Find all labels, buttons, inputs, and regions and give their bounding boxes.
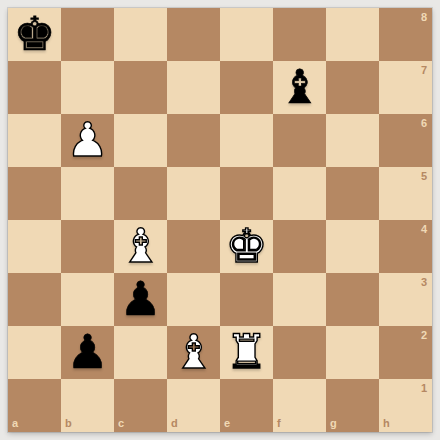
square-c7[interactable]: [114, 61, 167, 114]
square-b3[interactable]: [61, 273, 114, 326]
square-g2[interactable]: [326, 326, 379, 379]
file-label-b: b: [65, 418, 72, 429]
square-d5[interactable]: [167, 167, 220, 220]
rank-label-2: 2: [421, 330, 427, 341]
square-h1[interactable]: 1h: [379, 379, 432, 432]
chess-board: ♚8♝7♟65♝♚4♟3♟♝♜2abcdefg1h: [8, 8, 432, 432]
square-f8[interactable]: [273, 8, 326, 61]
square-b8[interactable]: [61, 8, 114, 61]
square-e8[interactable]: [220, 8, 273, 61]
square-a8[interactable]: ♚: [8, 8, 61, 61]
square-d4[interactable]: [167, 220, 220, 273]
page-background: ♚8♝7♟65♝♚4♟3♟♝♜2abcdefg1h: [0, 0, 440, 440]
square-c8[interactable]: [114, 8, 167, 61]
square-h5[interactable]: 5: [379, 167, 432, 220]
square-c5[interactable]: [114, 167, 167, 220]
square-e1[interactable]: e: [220, 379, 273, 432]
square-a6[interactable]: [8, 114, 61, 167]
square-a3[interactable]: [8, 273, 61, 326]
square-e2[interactable]: ♜: [220, 326, 273, 379]
square-f1[interactable]: f: [273, 379, 326, 432]
square-c6[interactable]: [114, 114, 167, 167]
file-label-c: c: [118, 418, 124, 429]
square-g8[interactable]: [326, 8, 379, 61]
rank-label-6: 6: [421, 118, 427, 129]
square-a7[interactable]: [8, 61, 61, 114]
square-e7[interactable]: [220, 61, 273, 114]
square-a2[interactable]: [8, 326, 61, 379]
file-label-g: g: [330, 418, 337, 429]
square-f6[interactable]: [273, 114, 326, 167]
square-d1[interactable]: d: [167, 379, 220, 432]
square-b4[interactable]: [61, 220, 114, 273]
piece-white-bishop[interactable]: ♝: [119, 222, 161, 269]
rank-label-5: 5: [421, 171, 427, 182]
piece-white-rook[interactable]: ♜: [225, 328, 267, 375]
square-a1[interactable]: a: [8, 379, 61, 432]
square-b1[interactable]: b: [61, 379, 114, 432]
square-a5[interactable]: [8, 167, 61, 220]
square-g1[interactable]: g: [326, 379, 379, 432]
square-f4[interactable]: [273, 220, 326, 273]
square-h8[interactable]: 8: [379, 8, 432, 61]
square-e5[interactable]: [220, 167, 273, 220]
square-c3[interactable]: ♟: [114, 273, 167, 326]
square-c4[interactable]: ♝: [114, 220, 167, 273]
piece-white-pawn[interactable]: ♟: [66, 116, 108, 163]
square-g7[interactable]: [326, 61, 379, 114]
square-d2[interactable]: ♝: [167, 326, 220, 379]
square-g4[interactable]: [326, 220, 379, 273]
file-label-d: d: [171, 418, 178, 429]
square-e3[interactable]: [220, 273, 273, 326]
piece-white-king[interactable]: ♚: [225, 222, 267, 269]
piece-black-pawn[interactable]: ♟: [66, 328, 108, 375]
square-h7[interactable]: 7: [379, 61, 432, 114]
square-c1[interactable]: c: [114, 379, 167, 432]
piece-black-king[interactable]: ♚: [13, 10, 55, 57]
square-h2[interactable]: 2: [379, 326, 432, 379]
square-a4[interactable]: [8, 220, 61, 273]
rank-label-3: 3: [421, 277, 427, 288]
rank-label-8: 8: [421, 12, 427, 23]
square-d6[interactable]: [167, 114, 220, 167]
square-e6[interactable]: [220, 114, 273, 167]
file-label-a: a: [12, 418, 18, 429]
square-f3[interactable]: [273, 273, 326, 326]
square-b5[interactable]: [61, 167, 114, 220]
square-d7[interactable]: [167, 61, 220, 114]
file-label-e: e: [224, 418, 230, 429]
piece-black-bishop[interactable]: ♝: [278, 63, 320, 110]
square-f7[interactable]: ♝: [273, 61, 326, 114]
piece-white-bishop[interactable]: ♝: [172, 328, 214, 375]
square-h4[interactable]: 4: [379, 220, 432, 273]
rank-label-7: 7: [421, 65, 427, 76]
file-label-h: h: [383, 418, 390, 429]
square-e4[interactable]: ♚: [220, 220, 273, 273]
square-f2[interactable]: [273, 326, 326, 379]
square-g6[interactable]: [326, 114, 379, 167]
square-c2[interactable]: [114, 326, 167, 379]
rank-label-4: 4: [421, 224, 427, 235]
rank-label-1: 1: [421, 383, 427, 394]
square-h3[interactable]: 3: [379, 273, 432, 326]
square-b6[interactable]: ♟: [61, 114, 114, 167]
square-b7[interactable]: [61, 61, 114, 114]
square-g5[interactable]: [326, 167, 379, 220]
square-d3[interactable]: [167, 273, 220, 326]
square-d8[interactable]: [167, 8, 220, 61]
square-f5[interactable]: [273, 167, 326, 220]
square-g3[interactable]: [326, 273, 379, 326]
piece-black-pawn[interactable]: ♟: [119, 275, 161, 322]
square-b2[interactable]: ♟: [61, 326, 114, 379]
file-label-f: f: [277, 418, 281, 429]
square-h6[interactable]: 6: [379, 114, 432, 167]
